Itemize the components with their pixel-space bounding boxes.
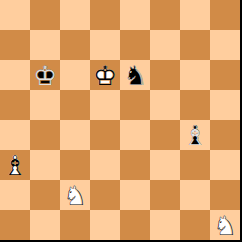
square-e4[interactable] [120,120,150,150]
square-e7[interactable] [120,30,150,60]
square-e2[interactable] [120,180,150,210]
piece-black-king[interactable]: ♚♔ [30,60,60,90]
square-g1[interactable] [180,210,210,240]
square-g3[interactable] [180,150,210,180]
piece-white-knight[interactable]: ♞♘ [60,180,90,210]
piece-white-bishop[interactable]: ♝♗ [0,150,30,180]
square-d4[interactable] [90,120,120,150]
square-f5[interactable] [150,90,180,120]
square-h5[interactable] [210,90,240,120]
square-h8[interactable] [210,0,240,30]
square-b8[interactable] [30,0,60,30]
square-d7[interactable] [90,30,120,60]
square-a4[interactable] [0,120,30,150]
square-c6[interactable] [60,60,90,90]
white-knight-outline-glyph: ♘ [60,180,90,210]
square-d1[interactable] [90,210,120,240]
square-f3[interactable] [150,150,180,180]
square-a3[interactable]: ♝♗ [0,150,30,180]
black-knight-outline-glyph: ♘ [120,60,150,90]
square-h6[interactable] [210,60,240,90]
square-f2[interactable] [150,180,180,210]
square-a8[interactable] [0,0,30,30]
square-e3[interactable] [120,150,150,180]
square-g2[interactable] [180,180,210,210]
square-c3[interactable] [60,150,90,180]
square-b7[interactable] [30,30,60,60]
square-h2[interactable] [210,180,240,210]
square-b4[interactable] [30,120,60,150]
square-c8[interactable] [60,0,90,30]
square-b3[interactable] [30,150,60,180]
square-h4[interactable] [210,120,240,150]
square-h3[interactable] [210,150,240,180]
square-a1[interactable] [0,210,30,240]
piece-black-bishop[interactable]: ♝♗ [180,120,210,150]
square-f7[interactable] [150,30,180,60]
square-d6[interactable]: ♚♔ [90,60,120,90]
square-e6[interactable]: ♞♘ [120,60,150,90]
square-g4[interactable]: ♝♗ [180,120,210,150]
white-bishop-outline-glyph: ♗ [0,150,30,180]
white-knight-outline-glyph: ♘ [210,210,240,240]
square-a2[interactable] [0,180,30,210]
square-a6[interactable] [0,60,30,90]
square-e8[interactable] [120,0,150,30]
white-king-outline-glyph: ♔ [90,60,120,90]
square-d2[interactable] [90,180,120,210]
square-a5[interactable] [0,90,30,120]
square-c4[interactable] [60,120,90,150]
square-c1[interactable] [60,210,90,240]
square-f1[interactable] [150,210,180,240]
square-f8[interactable] [150,0,180,30]
piece-black-knight[interactable]: ♞♘ [120,60,150,90]
square-g5[interactable] [180,90,210,120]
square-b2[interactable] [30,180,60,210]
square-g8[interactable] [180,0,210,30]
square-d8[interactable] [90,0,120,30]
square-f6[interactable] [150,60,180,90]
square-b5[interactable] [30,90,60,120]
square-g6[interactable] [180,60,210,90]
square-h7[interactable] [210,30,240,60]
square-c7[interactable] [60,30,90,60]
square-c2[interactable]: ♞♘ [60,180,90,210]
square-d5[interactable] [90,90,120,120]
square-a7[interactable] [0,30,30,60]
black-king-outline-glyph: ♔ [30,60,60,90]
square-b6[interactable]: ♚♔ [30,60,60,90]
piece-white-king[interactable]: ♚♔ [90,60,120,90]
square-f4[interactable] [150,120,180,150]
square-c5[interactable] [60,90,90,120]
square-d3[interactable] [90,150,120,180]
piece-white-knight[interactable]: ♞♘ [210,210,240,240]
square-b1[interactable] [30,210,60,240]
square-g7[interactable] [180,30,210,60]
chess-board: ♚♔♚♔♞♘♝♗♝♗♞♘♞♘ [0,0,242,242]
black-bishop-outline-glyph: ♗ [180,120,210,150]
square-h1[interactable]: ♞♘ [210,210,240,240]
square-e5[interactable] [120,90,150,120]
square-e1[interactable] [120,210,150,240]
board-grid: ♚♔♚♔♞♘♝♗♝♗♞♘♞♘ [0,0,240,240]
